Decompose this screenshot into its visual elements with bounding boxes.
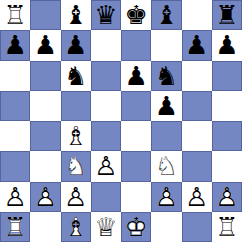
white-pawn[interactable]: ♟♙ bbox=[0, 182, 30, 212]
square-b4[interactable] bbox=[30, 121, 60, 151]
white-king[interactable]: ♚♔ bbox=[121, 212, 151, 242]
black-king[interactable]: ♚ bbox=[121, 0, 151, 30]
square-e4[interactable] bbox=[121, 121, 151, 151]
piece-outline: ♖ bbox=[0, 212, 30, 242]
square-g4[interactable] bbox=[182, 121, 212, 151]
square-c1[interactable]: ♝♗ bbox=[61, 212, 91, 242]
square-a7[interactable]: ♟ bbox=[0, 30, 30, 60]
square-c8[interactable]: ♝ bbox=[61, 0, 91, 30]
square-e6[interactable]: ♟ bbox=[121, 61, 151, 91]
white-pawn[interactable]: ♟♙ bbox=[30, 182, 60, 212]
square-f4[interactable] bbox=[151, 121, 181, 151]
black-pawn[interactable]: ♟ bbox=[212, 30, 242, 60]
piece-outline: ♙ bbox=[182, 182, 212, 212]
square-e2[interactable] bbox=[121, 182, 151, 212]
square-d6[interactable] bbox=[91, 61, 121, 91]
square-f1[interactable] bbox=[151, 212, 181, 242]
square-a1[interactable]: ♜♖ bbox=[0, 212, 30, 242]
square-h5[interactable] bbox=[212, 91, 242, 121]
white-pawn[interactable]: ♟♙ bbox=[182, 182, 212, 212]
square-g5[interactable] bbox=[182, 91, 212, 121]
black-pawn[interactable]: ♟ bbox=[121, 61, 151, 91]
square-e1[interactable]: ♚♔ bbox=[121, 212, 151, 242]
square-a6[interactable] bbox=[0, 61, 30, 91]
square-c7[interactable]: ♟ bbox=[61, 30, 91, 60]
square-c4[interactable]: ♝♗ bbox=[61, 121, 91, 151]
black-pawn[interactable]: ♟ bbox=[151, 91, 181, 121]
square-h4[interactable] bbox=[212, 121, 242, 151]
black-pawn[interactable]: ♟ bbox=[0, 30, 30, 60]
white-queen[interactable]: ♛♕ bbox=[91, 212, 121, 242]
white-rook[interactable]: ♜♖ bbox=[0, 212, 30, 242]
square-b7[interactable]: ♟ bbox=[30, 30, 60, 60]
black-pawn[interactable]: ♟ bbox=[61, 30, 91, 60]
square-b6[interactable] bbox=[30, 61, 60, 91]
square-f7[interactable] bbox=[151, 30, 181, 60]
square-e8[interactable]: ♚ bbox=[121, 0, 151, 30]
square-d2[interactable] bbox=[91, 182, 121, 212]
square-d4[interactable] bbox=[91, 121, 121, 151]
square-c5[interactable] bbox=[61, 91, 91, 121]
piece-outline: ♕ bbox=[91, 212, 121, 242]
square-f5[interactable]: ♟ bbox=[151, 91, 181, 121]
piece-outline: ♔ bbox=[121, 212, 151, 242]
black-bishop[interactable]: ♝ bbox=[151, 0, 181, 30]
white-pawn[interactable]: ♟♙ bbox=[61, 182, 91, 212]
white-rook[interactable]: ♜♖ bbox=[0, 0, 30, 30]
black-knight[interactable]: ♞ bbox=[61, 61, 91, 91]
piece-outline: ♙ bbox=[212, 182, 242, 212]
piece-outline: ♙ bbox=[30, 182, 60, 212]
square-b3[interactable] bbox=[30, 151, 60, 181]
square-f8[interactable]: ♝ bbox=[151, 0, 181, 30]
black-rook[interactable]: ♜ bbox=[212, 0, 242, 30]
black-pawn[interactable]: ♟ bbox=[182, 30, 212, 60]
square-g7[interactable]: ♟ bbox=[182, 30, 212, 60]
black-pawn[interactable]: ♟ bbox=[30, 30, 60, 60]
piece-outline: ♙ bbox=[151, 182, 181, 212]
white-bishop[interactable]: ♝♗ bbox=[61, 121, 91, 151]
white-pawn[interactable]: ♟♙ bbox=[151, 182, 181, 212]
piece-outline: ♘ bbox=[151, 151, 181, 181]
white-pawn[interactable]: ♟♙ bbox=[212, 182, 242, 212]
square-d5[interactable] bbox=[91, 91, 121, 121]
square-f3[interactable]: ♞♘ bbox=[151, 151, 181, 181]
square-d1[interactable]: ♛♕ bbox=[91, 212, 121, 242]
square-g6[interactable] bbox=[182, 61, 212, 91]
square-c6[interactable]: ♞ bbox=[61, 61, 91, 91]
white-rook[interactable]: ♜♖ bbox=[212, 212, 242, 242]
white-knight[interactable]: ♞♘ bbox=[151, 151, 181, 181]
white-bishop[interactable]: ♝♗ bbox=[61, 212, 91, 242]
chess-board: ♜♖♝♛♚♝♜♟♟♟♟♟♞♟♞♟♝♗♞♘♟♙♞♘♟♙♟♙♟♙♟♙♟♙♟♙♜♖♝♗… bbox=[0, 0, 242, 242]
square-g3[interactable] bbox=[182, 151, 212, 181]
piece-outline: ♘ bbox=[61, 151, 91, 181]
square-a3[interactable] bbox=[0, 151, 30, 181]
square-d8[interactable]: ♛ bbox=[91, 0, 121, 30]
square-b8[interactable] bbox=[30, 0, 60, 30]
white-knight[interactable]: ♞♘ bbox=[61, 151, 91, 181]
square-e3[interactable] bbox=[121, 151, 151, 181]
square-d3[interactable]: ♟♙ bbox=[91, 151, 121, 181]
piece-outline: ♙ bbox=[61, 182, 91, 212]
square-h1[interactable]: ♜♖ bbox=[212, 212, 242, 242]
piece-outline: ♙ bbox=[0, 182, 30, 212]
square-a4[interactable] bbox=[0, 121, 30, 151]
square-h7[interactable]: ♟ bbox=[212, 30, 242, 60]
piece-outline: ♖ bbox=[212, 212, 242, 242]
black-queen[interactable]: ♛ bbox=[91, 0, 121, 30]
square-g8[interactable] bbox=[182, 0, 212, 30]
square-b2[interactable]: ♟♙ bbox=[30, 182, 60, 212]
piece-outline: ♖ bbox=[0, 0, 30, 30]
square-e7[interactable] bbox=[121, 30, 151, 60]
square-a5[interactable] bbox=[0, 91, 30, 121]
square-g1[interactable] bbox=[182, 212, 212, 242]
square-h2[interactable]: ♟♙ bbox=[212, 182, 242, 212]
square-e5[interactable] bbox=[121, 91, 151, 121]
square-g2[interactable]: ♟♙ bbox=[182, 182, 212, 212]
square-a8[interactable]: ♜♖ bbox=[0, 0, 30, 30]
square-a2[interactable]: ♟♙ bbox=[0, 182, 30, 212]
piece-outline: ♗ bbox=[61, 212, 91, 242]
piece-outline: ♙ bbox=[91, 151, 121, 181]
square-d7[interactable] bbox=[91, 30, 121, 60]
white-pawn[interactable]: ♟♙ bbox=[91, 151, 121, 181]
black-knight[interactable]: ♞ bbox=[151, 61, 181, 91]
square-f2[interactable]: ♟♙ bbox=[151, 182, 181, 212]
black-bishop[interactable]: ♝ bbox=[61, 0, 91, 30]
square-b1[interactable] bbox=[30, 212, 60, 242]
square-c3[interactable]: ♞♘ bbox=[61, 151, 91, 181]
piece-outline: ♗ bbox=[61, 121, 91, 151]
square-h8[interactable]: ♜ bbox=[212, 0, 242, 30]
square-b5[interactable] bbox=[30, 91, 60, 121]
square-c2[interactable]: ♟♙ bbox=[61, 182, 91, 212]
square-h3[interactable] bbox=[212, 151, 242, 181]
square-f6[interactable]: ♞ bbox=[151, 61, 181, 91]
square-h6[interactable] bbox=[212, 61, 242, 91]
